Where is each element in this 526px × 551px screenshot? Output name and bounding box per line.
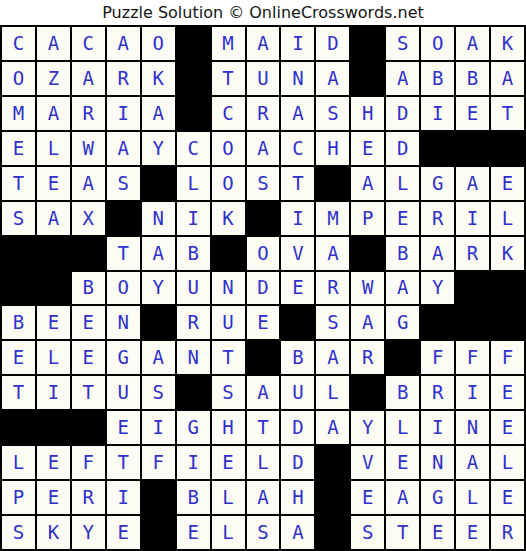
letter-cell: T (247, 411, 280, 444)
letter-cell: R (491, 516, 524, 549)
black-cell (142, 306, 175, 339)
letter-cell: S (107, 167, 140, 200)
black-cell (421, 132, 454, 165)
black-cell (37, 272, 70, 305)
black-cell (2, 272, 35, 305)
letter-cell: O (212, 167, 245, 200)
letter-cell: E (37, 481, 70, 514)
letter-cell: T (491, 97, 524, 130)
black-cell (142, 167, 175, 200)
letter-cell: H (281, 481, 314, 514)
letter-cell: L (247, 446, 280, 479)
letter-cell: S (316, 97, 349, 130)
letter-cell: X (72, 202, 105, 235)
black-cell (316, 446, 349, 479)
black-cell (247, 202, 280, 235)
letter-cell: N (177, 341, 210, 374)
letter-cell: A (386, 481, 419, 514)
letter-cell: E (247, 306, 280, 339)
letter-cell: U (212, 306, 245, 339)
letter-cell: E (491, 376, 524, 409)
letter-cell: L (386, 411, 419, 444)
black-cell (386, 341, 419, 374)
letter-cell: S (351, 516, 384, 549)
letter-cell: E (351, 481, 384, 514)
letter-cell: N (281, 62, 314, 95)
letter-cell: Y (142, 132, 175, 165)
letter-cell: E (491, 481, 524, 514)
letter-cell: C (281, 132, 314, 165)
letter-cell: B (456, 62, 489, 95)
letter-cell: D (247, 272, 280, 305)
letter-cell: T (107, 237, 140, 270)
letter-cell: A (247, 376, 280, 409)
letter-cell: L (456, 481, 489, 514)
letter-cell: H (212, 411, 245, 444)
letter-cell: L (212, 481, 245, 514)
letter-cell: F (456, 341, 489, 374)
letter-cell: K (491, 237, 524, 270)
black-cell (177, 97, 210, 130)
black-cell (491, 272, 524, 305)
letter-cell: D (281, 411, 314, 444)
letter-cell: H (351, 97, 384, 130)
letter-cell: U (247, 62, 280, 95)
letter-cell: T (212, 341, 245, 374)
letter-cell: N (107, 306, 140, 339)
letter-cell: R (316, 272, 349, 305)
letter-cell: A (107, 132, 140, 165)
letter-cell: L (316, 376, 349, 409)
letter-cell: O (142, 27, 175, 60)
letter-cell: Y (142, 272, 175, 305)
letter-cell: E (281, 272, 314, 305)
letter-cell: N (456, 411, 489, 444)
letter-cell: Y (421, 272, 454, 305)
letter-cell: E (107, 411, 140, 444)
letter-cell: E (2, 341, 35, 374)
letter-cell: B (421, 62, 454, 95)
letter-cell: D (316, 27, 349, 60)
letter-cell: H (316, 132, 349, 165)
letter-cell: M (2, 97, 35, 130)
letter-cell: L (37, 341, 70, 374)
letter-cell: E (37, 446, 70, 479)
letter-cell: B (72, 272, 105, 305)
letter-cell: U (281, 376, 314, 409)
letter-cell: K (212, 202, 245, 235)
letter-cell: A (421, 237, 454, 270)
letter-cell: I (281, 27, 314, 60)
letter-cell: N (212, 272, 245, 305)
black-cell (247, 341, 280, 374)
letter-cell: S (386, 27, 419, 60)
black-cell (142, 516, 175, 549)
letter-cell: T (2, 167, 35, 200)
letter-cell: O (421, 27, 454, 60)
letter-cell: I (107, 97, 140, 130)
black-cell (316, 516, 349, 549)
letter-cell: L (386, 167, 419, 200)
letter-cell: I (281, 202, 314, 235)
letter-cell: W (72, 132, 105, 165)
letter-cell: Y (351, 411, 384, 444)
letter-cell: P (351, 202, 384, 235)
letter-cell: F (72, 446, 105, 479)
letter-cell: A (247, 481, 280, 514)
letter-cell: T (72, 376, 105, 409)
letter-cell: A (37, 202, 70, 235)
letter-cell: C (212, 97, 245, 130)
letter-cell: P (2, 481, 35, 514)
letter-cell: G (386, 306, 419, 339)
black-cell (177, 62, 210, 95)
letter-cell: E (386, 202, 419, 235)
letter-cell: G (177, 411, 210, 444)
letter-cell: T (212, 62, 245, 95)
letter-cell: E (72, 306, 105, 339)
letter-cell: A (351, 167, 384, 200)
letter-cell: A (386, 62, 419, 95)
letter-cell: E (72, 341, 105, 374)
letter-cell: F (421, 341, 454, 374)
black-cell (491, 306, 524, 339)
black-cell (316, 481, 349, 514)
letter-cell: G (421, 167, 454, 200)
letter-cell: I (142, 411, 175, 444)
letter-cell: L (2, 446, 35, 479)
letter-cell: A (142, 237, 175, 270)
letter-cell: E (2, 132, 35, 165)
letter-cell: R (177, 306, 210, 339)
letter-cell: E (456, 516, 489, 549)
black-cell (177, 27, 210, 60)
letter-cell: G (107, 341, 140, 374)
letter-cell: Y (72, 516, 105, 549)
letter-cell: R (351, 341, 384, 374)
letter-cell: E (491, 411, 524, 444)
letter-cell: L (491, 202, 524, 235)
black-cell (37, 411, 70, 444)
black-cell (72, 237, 105, 270)
letter-cell: S (212, 376, 245, 409)
black-cell (316, 167, 349, 200)
letter-cell: R (247, 97, 280, 130)
letter-cell: V (351, 446, 384, 479)
letter-cell: B (386, 237, 419, 270)
letter-cell: B (281, 341, 314, 374)
letter-cell: I (37, 376, 70, 409)
letter-cell: A (142, 341, 175, 374)
letter-cell: M (212, 27, 245, 60)
letter-cell: E (212, 446, 245, 479)
letter-cell: K (491, 27, 524, 60)
letter-cell: E (37, 306, 70, 339)
letter-cell: R (107, 62, 140, 95)
black-cell (456, 132, 489, 165)
letter-cell: T (2, 376, 35, 409)
letter-cell: E (107, 516, 140, 549)
letter-cell: R (72, 97, 105, 130)
black-cell (421, 306, 454, 339)
letter-cell: A (456, 167, 489, 200)
black-cell (281, 306, 314, 339)
letter-cell: Z (37, 62, 70, 95)
letter-cell: C (177, 132, 210, 165)
letter-cell: M (316, 202, 349, 235)
letter-cell: F (142, 446, 175, 479)
black-cell (142, 481, 175, 514)
black-cell (177, 376, 210, 409)
letter-cell: K (37, 516, 70, 549)
letter-cell: S (247, 167, 280, 200)
letter-cell: E (456, 97, 489, 130)
letter-cell: O (107, 272, 140, 305)
black-cell (351, 376, 384, 409)
letter-cell: A (107, 27, 140, 60)
letter-cell: A (491, 62, 524, 95)
black-cell (456, 272, 489, 305)
letter-cell: D (386, 97, 419, 130)
letter-cell: S (316, 306, 349, 339)
letter-cell: I (107, 481, 140, 514)
letter-cell: N (421, 446, 454, 479)
letter-cell: I (421, 411, 454, 444)
letter-cell: A (281, 97, 314, 130)
letter-cell: S (247, 516, 280, 549)
black-cell (212, 237, 245, 270)
letter-cell: D (281, 446, 314, 479)
letter-cell: U (177, 272, 210, 305)
black-cell (491, 132, 524, 165)
letter-cell: A (316, 341, 349, 374)
letter-cell: O (247, 237, 280, 270)
letter-cell: R (72, 481, 105, 514)
letter-cell: A (316, 62, 349, 95)
letter-cell: A (281, 516, 314, 549)
black-cell (72, 411, 105, 444)
letter-cell: B (386, 376, 419, 409)
letter-cell: A (37, 97, 70, 130)
letter-cell: B (2, 306, 35, 339)
letter-cell: R (421, 376, 454, 409)
black-cell (351, 237, 384, 270)
letter-cell: L (491, 446, 524, 479)
letter-cell: A (142, 97, 175, 130)
letter-cell: I (177, 202, 210, 235)
black-cell (37, 237, 70, 270)
black-cell (456, 306, 489, 339)
letter-cell: E (177, 516, 210, 549)
letter-cell: A (316, 411, 349, 444)
letter-cell: I (177, 446, 210, 479)
letter-cell: I (456, 376, 489, 409)
letter-cell: E (491, 167, 524, 200)
letter-cell: C (72, 27, 105, 60)
black-cell (351, 27, 384, 60)
crossword-grid: CACAOMAIDSOAKOZARKTUNAABBAMARIACRASHDIET… (0, 25, 526, 551)
letter-cell: O (2, 62, 35, 95)
letter-cell: S (2, 202, 35, 235)
letter-cell: A (247, 132, 280, 165)
letter-cell: L (177, 167, 210, 200)
letter-cell: G (421, 481, 454, 514)
black-cell (2, 237, 35, 270)
letter-cell: T (386, 516, 419, 549)
letter-cell: B (177, 481, 210, 514)
letter-cell: E (386, 446, 419, 479)
letter-cell: E (37, 167, 70, 200)
letter-cell: I (456, 202, 489, 235)
black-cell (107, 202, 140, 235)
letter-cell: S (142, 376, 175, 409)
black-cell (2, 411, 35, 444)
letter-cell: A (72, 167, 105, 200)
letter-cell: A (37, 27, 70, 60)
letter-cell: C (2, 27, 35, 60)
letter-cell: A (247, 27, 280, 60)
letter-cell: B (177, 237, 210, 270)
letter-cell: I (421, 97, 454, 130)
letter-cell: U (107, 376, 140, 409)
letter-cell: S (2, 516, 35, 549)
letter-cell: R (421, 202, 454, 235)
letter-cell: A (386, 272, 419, 305)
letter-cell: A (72, 62, 105, 95)
letter-cell: F (491, 341, 524, 374)
letter-cell: A (351, 306, 384, 339)
letter-cell: A (456, 27, 489, 60)
letter-cell: E (351, 132, 384, 165)
letter-cell: A (456, 446, 489, 479)
letter-cell: L (212, 516, 245, 549)
letter-cell: D (386, 132, 419, 165)
letter-cell: N (142, 202, 175, 235)
letter-cell: K (142, 62, 175, 95)
letter-cell: T (281, 167, 314, 200)
letter-cell: E (421, 516, 454, 549)
letter-cell: A (316, 237, 349, 270)
letter-cell: R (456, 237, 489, 270)
letter-cell: O (212, 132, 245, 165)
page-title: Puzzle Solution © OnlineCrosswords.net (0, 0, 526, 25)
letter-cell: T (107, 446, 140, 479)
letter-cell: W (351, 272, 384, 305)
black-cell (351, 62, 384, 95)
letter-cell: V (281, 237, 314, 270)
letter-cell: L (37, 132, 70, 165)
